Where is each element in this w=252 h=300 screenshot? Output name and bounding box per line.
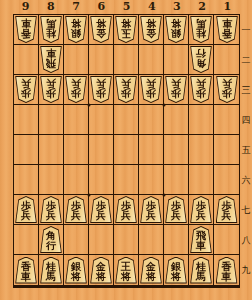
piece-face: 金将: [91, 17, 111, 42]
board-cell[interactable]: 角行: [39, 225, 64, 255]
board-cell[interactable]: [114, 165, 139, 195]
board-cell[interactable]: 桂馬: [189, 15, 214, 45]
shogi-piece-sente[interactable]: 歩兵: [15, 196, 37, 223]
piece-kanji: 歩兵: [222, 201, 232, 221]
rank-label: 二: [240, 45, 252, 75]
piece-kanji: 歩兵: [171, 78, 181, 98]
board-cell[interactable]: [89, 135, 114, 165]
piece-face: 歩兵: [217, 197, 237, 222]
shogi-piece-gote[interactable]: 歩兵: [40, 76, 62, 103]
board-cell[interactable]: [189, 165, 214, 195]
board-cell[interactable]: 桂馬: [39, 255, 64, 285]
piece-kanji: 香車: [222, 262, 232, 282]
board-cell[interactable]: [14, 105, 39, 135]
shogi-piece-gote[interactable]: 歩兵: [115, 76, 137, 103]
piece-kanji: 桂馬: [46, 18, 56, 38]
file-label: 2: [190, 0, 215, 13]
board-cell[interactable]: [164, 225, 189, 255]
board-cell[interactable]: [164, 105, 189, 135]
piece-kanji: 歩兵: [146, 78, 156, 98]
piece-kanji: 歩兵: [96, 201, 106, 221]
board-cell[interactable]: 歩兵: [64, 75, 89, 105]
board-cell[interactable]: [64, 105, 89, 135]
board-cell[interactable]: [14, 225, 39, 255]
piece-face: 桂馬: [191, 17, 211, 42]
shogi-piece-gote[interactable]: 歩兵: [90, 76, 112, 103]
piece-kanji: 銀将: [171, 18, 181, 38]
hoshi-dot: [88, 194, 91, 197]
board-cell[interactable]: [139, 135, 164, 165]
hoshi-dot: [163, 194, 166, 197]
piece-kanji: 歩兵: [21, 201, 31, 221]
board-cell[interactable]: 銀将: [164, 255, 189, 285]
piece-face: 角行: [191, 47, 211, 72]
shogi-piece-gote[interactable]: 香車: [15, 16, 37, 43]
shogi-piece-gote[interactable]: 角行: [190, 46, 212, 73]
piece-kanji: 王将: [121, 262, 131, 282]
piece-face: 歩兵: [191, 197, 211, 222]
rank-label: 六: [240, 165, 252, 195]
board-cell[interactable]: 歩兵: [164, 195, 189, 225]
piece-face: 歩兵: [217, 77, 237, 102]
piece-kanji: 歩兵: [71, 78, 81, 98]
piece-face: 金将: [91, 258, 111, 283]
piece-face: 歩兵: [116, 77, 136, 102]
shogi-piece-gote[interactable]: 玉将: [115, 16, 137, 43]
board-cell[interactable]: [214, 45, 239, 75]
piece-kanji: 歩兵: [96, 78, 106, 98]
piece-kanji: 桂馬: [196, 262, 206, 282]
board-cell[interactable]: 歩兵: [14, 75, 39, 105]
piece-kanji: 飛車: [196, 231, 206, 251]
piece-kanji: 歩兵: [46, 78, 56, 98]
piece-face: 角行: [41, 227, 61, 252]
piece-kanji: 歩兵: [171, 201, 181, 221]
piece-kanji: 香車: [21, 262, 31, 282]
board-cell[interactable]: 歩兵: [139, 75, 164, 105]
board-cell[interactable]: [114, 45, 139, 75]
piece-kanji: 香車: [21, 18, 31, 38]
piece-face: 歩兵: [41, 77, 61, 102]
piece-face: 歩兵: [91, 77, 111, 102]
shogi-piece-gote[interactable]: 歩兵: [216, 76, 238, 103]
board-cell[interactable]: 金将: [139, 15, 164, 45]
piece-face: 銀将: [166, 258, 186, 283]
board-cell[interactable]: 銀将: [64, 15, 89, 45]
piece-kanji: 銀将: [171, 262, 181, 282]
piece-kanji: 銀将: [71, 18, 81, 38]
shogi-piece-sente[interactable]: 歩兵: [90, 196, 112, 223]
piece-face: 玉将: [116, 17, 136, 42]
file-label: 9: [13, 0, 38, 13]
board-grid: 香車桂馬銀将金将玉将金将銀将桂馬香車飛車角行歩兵歩兵歩兵歩兵歩兵歩兵歩兵歩兵歩兵…: [13, 14, 240, 288]
shogi-piece-gote[interactable]: 銀将: [165, 16, 187, 43]
shogi-piece-sente[interactable]: 歩兵: [190, 196, 212, 223]
piece-face: 飛車: [191, 227, 211, 252]
piece-face: 歩兵: [141, 77, 161, 102]
shogi-piece-sente[interactable]: 金将: [140, 257, 162, 284]
rank-label: 九: [240, 255, 252, 285]
board-cell[interactable]: 歩兵: [89, 75, 114, 105]
file-label: 6: [89, 0, 114, 13]
board-cell[interactable]: 歩兵: [14, 195, 39, 225]
shogi-piece-sente[interactable]: 銀将: [65, 257, 87, 284]
board-cell[interactable]: 角行: [189, 45, 214, 75]
piece-kanji: 桂馬: [46, 262, 56, 282]
board-cell[interactable]: [14, 135, 39, 165]
board-cell[interactable]: [89, 45, 114, 75]
board-cell[interactable]: [139, 165, 164, 195]
piece-kanji: 金将: [96, 18, 106, 38]
shogi-piece-sente[interactable]: 歩兵: [115, 196, 137, 223]
piece-face: 歩兵: [91, 197, 111, 222]
shogi-piece-sente[interactable]: 香車: [15, 257, 37, 284]
piece-face: 歩兵: [166, 77, 186, 102]
board-cell[interactable]: [214, 105, 239, 135]
rank-label: 四: [240, 105, 252, 135]
piece-kanji: 歩兵: [121, 201, 131, 221]
piece-face: 歩兵: [41, 197, 61, 222]
shogi-piece-gote[interactable]: 香車: [216, 16, 238, 43]
shogi-piece-sente[interactable]: 金将: [90, 257, 112, 284]
rank-coordinates: 一二三四五六七八九: [240, 15, 252, 285]
piece-face: 歩兵: [191, 77, 211, 102]
board-cell[interactable]: [14, 45, 39, 75]
board-cell[interactable]: [214, 225, 239, 255]
board-cell[interactable]: 飛車: [189, 225, 214, 255]
board-cell[interactable]: [39, 105, 64, 135]
piece-face: 歩兵: [66, 197, 86, 222]
file-label: 7: [63, 0, 88, 13]
shogi-piece-sente[interactable]: 歩兵: [65, 196, 87, 223]
board-cell[interactable]: 歩兵: [114, 75, 139, 105]
board-cell[interactable]: 王将: [114, 255, 139, 285]
board-cell[interactable]: 歩兵: [189, 75, 214, 105]
piece-face: 銀将: [66, 17, 86, 42]
board-cell[interactable]: 金将: [89, 15, 114, 45]
rank-label: 八: [240, 225, 252, 255]
board-cell[interactable]: 歩兵: [139, 195, 164, 225]
rank-label: 五: [240, 135, 252, 165]
shogi-piece-gote[interactable]: 金将: [90, 16, 112, 43]
shogi-piece-gote[interactable]: 飛車: [40, 46, 62, 73]
board-cell[interactable]: [139, 225, 164, 255]
shogi-piece-gote[interactable]: 桂馬: [190, 16, 212, 43]
shogi-piece-sente[interactable]: 角行: [40, 226, 62, 253]
piece-face: 歩兵: [16, 77, 36, 102]
board-cell[interactable]: 桂馬: [189, 255, 214, 285]
piece-face: 桂馬: [41, 258, 61, 283]
piece-kanji: 桂馬: [196, 18, 206, 38]
board-cell[interactable]: [114, 135, 139, 165]
board-cell[interactable]: 香車: [214, 15, 239, 45]
board-cell[interactable]: [64, 225, 89, 255]
shogi-piece-sente[interactable]: 桂馬: [40, 257, 62, 284]
board-cell[interactable]: 香車: [14, 15, 39, 45]
piece-kanji: 金将: [146, 262, 156, 282]
piece-face: 飛車: [41, 47, 61, 72]
file-label: 3: [164, 0, 189, 13]
shogi-piece-gote[interactable]: 歩兵: [140, 76, 162, 103]
file-coordinates: 987654321: [13, 0, 240, 13]
file-label: 1: [215, 0, 240, 13]
piece-kanji: 歩兵: [21, 78, 31, 98]
hoshi-dot: [88, 104, 91, 107]
file-label: 4: [139, 0, 164, 13]
piece-face: 香車: [217, 17, 237, 42]
piece-kanji: 銀将: [71, 262, 81, 282]
piece-face: 王将: [116, 258, 136, 283]
board-cell[interactable]: [164, 135, 189, 165]
board-cell[interactable]: 銀将: [164, 15, 189, 45]
file-label: 5: [114, 0, 139, 13]
rank-label: 七: [240, 195, 252, 225]
piece-face: 香車: [217, 258, 237, 283]
board-cell[interactable]: [164, 45, 189, 75]
shogi-piece-gote[interactable]: 銀将: [65, 16, 87, 43]
piece-face: 桂馬: [191, 258, 211, 283]
board-cell[interactable]: 歩兵: [89, 195, 114, 225]
board-cell[interactable]: [189, 105, 214, 135]
shogi-piece-sente[interactable]: 歩兵: [140, 196, 162, 223]
shogi-piece-gote[interactable]: 金将: [140, 16, 162, 43]
board-cell[interactable]: [114, 225, 139, 255]
piece-kanji: 歩兵: [71, 201, 81, 221]
board-cell[interactable]: [14, 165, 39, 195]
piece-kanji: 香車: [222, 18, 232, 38]
board-cell[interactable]: [89, 105, 114, 135]
board-cell[interactable]: 金将: [89, 255, 114, 285]
board-cell[interactable]: 歩兵: [114, 195, 139, 225]
piece-face: 銀将: [66, 258, 86, 283]
board-cell[interactable]: 歩兵: [164, 75, 189, 105]
piece-face: 歩兵: [141, 197, 161, 222]
board-cell[interactable]: [214, 165, 239, 195]
file-label: 8: [38, 0, 63, 13]
piece-kanji: 歩兵: [146, 201, 156, 221]
shogi-piece-sente[interactable]: 香車: [216, 257, 238, 284]
board-cell[interactable]: [139, 45, 164, 75]
piece-kanji: 飛車: [46, 48, 56, 68]
board-cell[interactable]: 歩兵: [64, 195, 89, 225]
piece-kanji: 金将: [146, 18, 156, 38]
rank-label: 一: [240, 15, 252, 45]
piece-kanji: 歩兵: [222, 78, 232, 98]
board-cell[interactable]: 香車: [14, 255, 39, 285]
shogi-piece-sente[interactable]: 歩兵: [216, 196, 238, 223]
piece-kanji: 玉将: [121, 18, 131, 38]
board-cell[interactable]: [164, 165, 189, 195]
piece-face: 香車: [16, 17, 36, 42]
board-cell[interactable]: [64, 135, 89, 165]
board-cell[interactable]: [114, 105, 139, 135]
shogi-piece-sente[interactable]: 桂馬: [190, 257, 212, 284]
board-cell[interactable]: 歩兵: [39, 75, 64, 105]
board-cell[interactable]: [64, 45, 89, 75]
shogi-piece-gote[interactable]: 桂馬: [40, 16, 62, 43]
piece-face: 歩兵: [66, 77, 86, 102]
board-cell[interactable]: [189, 135, 214, 165]
board-cell[interactable]: [139, 105, 164, 135]
board-cell[interactable]: [64, 165, 89, 195]
board-cell[interactable]: 飛車: [39, 45, 64, 75]
board-cell[interactable]: 銀将: [64, 255, 89, 285]
piece-face: 金将: [141, 17, 161, 42]
piece-kanji: 歩兵: [196, 78, 206, 98]
board-cell[interactable]: 歩兵: [214, 75, 239, 105]
board-cell[interactable]: 金将: [139, 255, 164, 285]
shogi-piece-sente[interactable]: 銀将: [165, 257, 187, 284]
rank-label: 三: [240, 75, 252, 105]
hoshi-dot: [163, 104, 166, 107]
board-cell[interactable]: [39, 165, 64, 195]
piece-face: 歩兵: [166, 197, 186, 222]
board-cell[interactable]: 歩兵: [214, 195, 239, 225]
shogi-piece-gote[interactable]: 歩兵: [15, 76, 37, 103]
piece-kanji: 歩兵: [196, 201, 206, 221]
board-cell[interactable]: [89, 225, 114, 255]
piece-kanji: 角行: [196, 48, 206, 68]
piece-kanji: 金将: [96, 262, 106, 282]
piece-face: 歩兵: [116, 197, 136, 222]
shogi-piece-sente[interactable]: 歩兵: [40, 196, 62, 223]
board-cell[interactable]: [214, 135, 239, 165]
board-cell[interactable]: 歩兵: [189, 195, 214, 225]
piece-face: 歩兵: [16, 197, 36, 222]
piece-kanji: 角行: [46, 231, 56, 251]
piece-kanji: 歩兵: [46, 201, 56, 221]
shogi-piece-gote[interactable]: 歩兵: [65, 76, 87, 103]
shogi-piece-gote[interactable]: 歩兵: [165, 76, 187, 103]
board-cell[interactable]: [89, 165, 114, 195]
shogi-board: 987654321 香車桂馬銀将金将玉将金将銀将桂馬香車飛車角行歩兵歩兵歩兵歩兵…: [0, 0, 252, 300]
piece-kanji: 歩兵: [121, 78, 131, 98]
shogi-piece-gote[interactable]: 歩兵: [190, 76, 212, 103]
board-cell[interactable]: 歩兵: [39, 195, 64, 225]
board-cell[interactable]: 桂馬: [39, 15, 64, 45]
piece-face: 桂馬: [41, 17, 61, 42]
piece-face: 銀将: [166, 17, 186, 42]
board-cell[interactable]: 香車: [214, 255, 239, 285]
shogi-piece-sente[interactable]: 歩兵: [165, 196, 187, 223]
piece-face: 金将: [141, 258, 161, 283]
board-cell[interactable]: [39, 135, 64, 165]
shogi-piece-sente[interactable]: 飛車: [190, 226, 212, 253]
board-cell[interactable]: 玉将: [114, 15, 139, 45]
shogi-piece-sente[interactable]: 王将: [115, 257, 137, 284]
piece-face: 香車: [16, 258, 36, 283]
